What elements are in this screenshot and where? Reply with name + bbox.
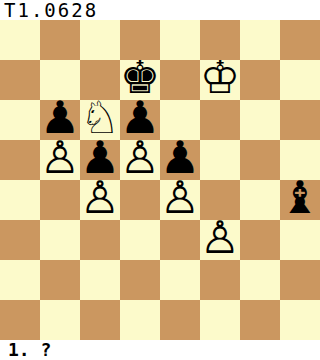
piece-white-pawn[interactable]: ♙ xyxy=(160,178,200,218)
square-a4[interactable] xyxy=(0,180,40,220)
square-b5[interactable]: ♙ xyxy=(40,140,80,180)
square-d1[interactable] xyxy=(120,300,160,340)
square-e2[interactable] xyxy=(160,260,200,300)
square-d2[interactable] xyxy=(120,260,160,300)
square-h4[interactable]: ♝ xyxy=(280,180,320,220)
piece-white-pawn[interactable]: ♙ xyxy=(80,178,120,218)
square-b4[interactable] xyxy=(40,180,80,220)
square-e3[interactable] xyxy=(160,220,200,260)
square-g4[interactable] xyxy=(240,180,280,220)
square-c2[interactable] xyxy=(80,260,120,300)
square-a2[interactable] xyxy=(0,260,40,300)
square-g3[interactable] xyxy=(240,220,280,260)
square-h6[interactable] xyxy=(280,100,320,140)
square-a3[interactable] xyxy=(0,220,40,260)
square-g2[interactable] xyxy=(240,260,280,300)
piece-white-pawn[interactable]: ♙ xyxy=(200,218,240,258)
square-b8[interactable] xyxy=(40,20,80,60)
square-c4[interactable]: ♙ xyxy=(80,180,120,220)
piece-black-bishop[interactable]: ♝ xyxy=(280,178,320,218)
square-g7[interactable] xyxy=(240,60,280,100)
square-h7[interactable] xyxy=(280,60,320,100)
square-b3[interactable] xyxy=(40,220,80,260)
square-f1[interactable] xyxy=(200,300,240,340)
piece-white-pawn[interactable]: ♙ xyxy=(120,138,160,178)
square-c8[interactable] xyxy=(80,20,120,60)
square-e8[interactable] xyxy=(160,20,200,60)
move-prompt: 1. ? xyxy=(0,340,320,360)
square-f2[interactable] xyxy=(200,260,240,300)
square-e7[interactable] xyxy=(160,60,200,100)
square-f7[interactable]: ♔ xyxy=(200,60,240,100)
square-g5[interactable] xyxy=(240,140,280,180)
square-g8[interactable] xyxy=(240,20,280,60)
square-a5[interactable] xyxy=(0,140,40,180)
square-e4[interactable]: ♙ xyxy=(160,180,200,220)
puzzle-id: T1.0628 xyxy=(0,0,320,20)
square-e1[interactable] xyxy=(160,300,200,340)
square-b2[interactable] xyxy=(40,260,80,300)
square-c1[interactable] xyxy=(80,300,120,340)
square-a6[interactable] xyxy=(0,100,40,140)
square-f5[interactable] xyxy=(200,140,240,180)
square-h1[interactable] xyxy=(280,300,320,340)
square-b1[interactable] xyxy=(40,300,80,340)
square-a8[interactable] xyxy=(0,20,40,60)
square-d3[interactable] xyxy=(120,220,160,260)
square-g6[interactable] xyxy=(240,100,280,140)
chess-puzzle-window: T1.0628 ♚♔♟♘♟♙♟♙♟♙♙♝♙ 1. ? xyxy=(0,0,320,360)
square-f3[interactable]: ♙ xyxy=(200,220,240,260)
square-a1[interactable] xyxy=(0,300,40,340)
square-a7[interactable] xyxy=(0,60,40,100)
square-h3[interactable] xyxy=(280,220,320,260)
square-h2[interactable] xyxy=(280,260,320,300)
square-d5[interactable]: ♙ xyxy=(120,140,160,180)
square-d4[interactable] xyxy=(120,180,160,220)
piece-white-pawn[interactable]: ♙ xyxy=(40,138,80,178)
square-f6[interactable] xyxy=(200,100,240,140)
square-h8[interactable] xyxy=(280,20,320,60)
square-c3[interactable] xyxy=(80,220,120,260)
chess-board: ♚♔♟♘♟♙♟♙♟♙♙♝♙ xyxy=(0,20,320,340)
piece-white-king[interactable]: ♔ xyxy=(200,58,240,98)
square-g1[interactable] xyxy=(240,300,280,340)
